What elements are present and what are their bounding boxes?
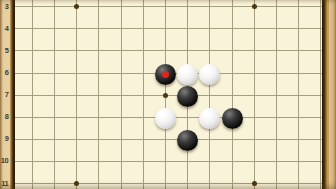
row-label: 5 [0,47,9,55]
row-label: 8 [0,113,9,121]
row-label: 9 [0,135,9,143]
row-label: 6 [0,69,9,77]
row-label: 10 [0,157,9,165]
stone-black [155,64,176,85]
grid-line-horizontal [10,139,323,140]
right-margin [329,0,336,189]
grid-line-horizontal [10,161,323,162]
grid-line-horizontal [10,6,323,7]
grid-line-horizontal [10,28,323,29]
row-label: 11 [0,180,9,188]
row-label: 7 [0,91,9,99]
row-label: 4 [0,25,9,33]
grid-line-horizontal [10,183,323,184]
star-point [252,4,257,9]
star-point [252,181,257,186]
stone-white [199,64,220,85]
stone-black [222,108,243,129]
gomoku-app-screen: 34567891011 [0,0,336,189]
row-label: 3 [0,3,9,11]
stone-white [155,108,176,129]
star-point [74,4,79,9]
stone-black [177,130,198,151]
star-point [163,93,168,98]
grid-line-horizontal [10,50,323,51]
stone-white [199,108,220,129]
row-labels-margin: 34567891011 [0,0,10,189]
star-point [74,181,79,186]
board-left-edge [10,0,16,189]
stone-white [177,64,198,85]
last-move-marker-icon [162,71,169,78]
stone-black [177,86,198,107]
